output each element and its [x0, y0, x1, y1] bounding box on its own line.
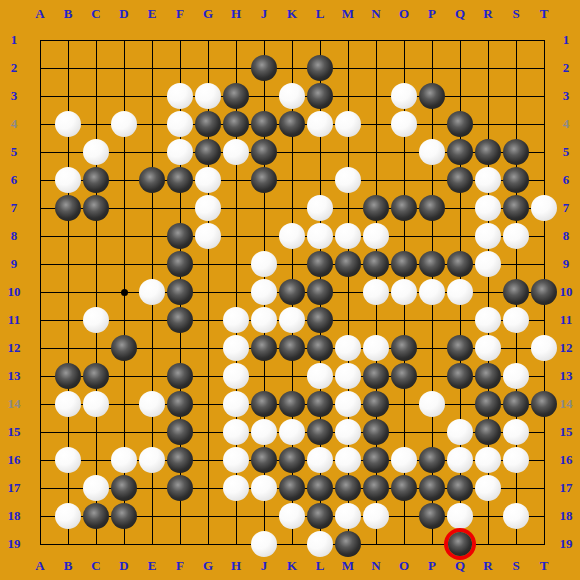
intersection-L11[interactable]: [306, 306, 334, 334]
intersection-N2[interactable]: [362, 54, 390, 82]
intersection-D11[interactable]: [110, 306, 138, 334]
intersection-N14[interactable]: [362, 390, 390, 418]
intersection-M16[interactable]: [334, 446, 362, 474]
intersection-J4[interactable]: [250, 110, 278, 138]
intersection-S4[interactable]: [502, 110, 530, 138]
intersection-B10[interactable]: [54, 278, 82, 306]
intersection-A5[interactable]: [26, 138, 54, 166]
intersection-K13[interactable]: [278, 362, 306, 390]
intersection-M12[interactable]: [334, 334, 362, 362]
intersection-T16[interactable]: [530, 446, 558, 474]
intersection-M10[interactable]: [334, 278, 362, 306]
intersection-T6[interactable]: [530, 166, 558, 194]
intersection-Q6[interactable]: [446, 166, 474, 194]
intersection-T11[interactable]: [530, 306, 558, 334]
intersection-H3[interactable]: [222, 82, 250, 110]
intersection-B12[interactable]: [54, 334, 82, 362]
intersection-F15[interactable]: [166, 418, 194, 446]
intersection-D10[interactable]: [110, 278, 138, 306]
intersection-C14[interactable]: [82, 390, 110, 418]
intersection-C17[interactable]: [82, 474, 110, 502]
intersection-Q14[interactable]: [446, 390, 474, 418]
intersection-O13[interactable]: [390, 362, 418, 390]
intersection-G17[interactable]: [194, 474, 222, 502]
intersection-S13[interactable]: [502, 362, 530, 390]
intersection-C10[interactable]: [82, 278, 110, 306]
intersection-S19[interactable]: [502, 530, 530, 558]
intersection-D15[interactable]: [110, 418, 138, 446]
intersection-H9[interactable]: [222, 250, 250, 278]
intersection-P5[interactable]: [418, 138, 446, 166]
intersection-M8[interactable]: [334, 222, 362, 250]
intersection-C5[interactable]: [82, 138, 110, 166]
intersection-G19[interactable]: [194, 530, 222, 558]
intersection-J7[interactable]: [250, 194, 278, 222]
intersection-C16[interactable]: [82, 446, 110, 474]
intersection-G11[interactable]: [194, 306, 222, 334]
intersection-E3[interactable]: [138, 82, 166, 110]
intersection-E12[interactable]: [138, 334, 166, 362]
intersection-L8[interactable]: [306, 222, 334, 250]
intersection-C15[interactable]: [82, 418, 110, 446]
intersection-L1[interactable]: [306, 26, 334, 54]
intersection-F19[interactable]: [166, 530, 194, 558]
intersection-C13[interactable]: [82, 362, 110, 390]
intersection-K14[interactable]: [278, 390, 306, 418]
intersection-M5[interactable]: [334, 138, 362, 166]
intersection-C6[interactable]: [82, 166, 110, 194]
intersection-B13[interactable]: [54, 362, 82, 390]
intersection-J2[interactable]: [250, 54, 278, 82]
intersection-D4[interactable]: [110, 110, 138, 138]
intersection-S17[interactable]: [502, 474, 530, 502]
intersection-E17[interactable]: [138, 474, 166, 502]
intersection-N16[interactable]: [362, 446, 390, 474]
intersection-M14[interactable]: [334, 390, 362, 418]
intersection-B14[interactable]: [54, 390, 82, 418]
intersection-K15[interactable]: [278, 418, 306, 446]
intersection-J15[interactable]: [250, 418, 278, 446]
intersection-O12[interactable]: [390, 334, 418, 362]
intersection-F7[interactable]: [166, 194, 194, 222]
intersection-T1[interactable]: [530, 26, 558, 54]
intersection-F3[interactable]: [166, 82, 194, 110]
intersection-A4[interactable]: [26, 110, 54, 138]
intersection-R18[interactable]: [474, 502, 502, 530]
intersection-R9[interactable]: [474, 250, 502, 278]
intersection-K18[interactable]: [278, 502, 306, 530]
intersection-F6[interactable]: [166, 166, 194, 194]
intersection-B7[interactable]: [54, 194, 82, 222]
intersection-K12[interactable]: [278, 334, 306, 362]
intersection-L5[interactable]: [306, 138, 334, 166]
intersection-S3[interactable]: [502, 82, 530, 110]
intersection-P6[interactable]: [418, 166, 446, 194]
intersection-A7[interactable]: [26, 194, 54, 222]
intersection-R17[interactable]: [474, 474, 502, 502]
intersection-Q15[interactable]: [446, 418, 474, 446]
intersection-T4[interactable]: [530, 110, 558, 138]
intersection-G7[interactable]: [194, 194, 222, 222]
intersection-J9[interactable]: [250, 250, 278, 278]
intersection-Q7[interactable]: [446, 194, 474, 222]
intersection-A16[interactable]: [26, 446, 54, 474]
intersection-Q10[interactable]: [446, 278, 474, 306]
intersection-A9[interactable]: [26, 250, 54, 278]
intersection-J3[interactable]: [250, 82, 278, 110]
intersection-E16[interactable]: [138, 446, 166, 474]
intersection-P4[interactable]: [418, 110, 446, 138]
intersection-F17[interactable]: [166, 474, 194, 502]
intersection-A10[interactable]: [26, 278, 54, 306]
intersection-O19[interactable]: [390, 530, 418, 558]
intersection-H7[interactable]: [222, 194, 250, 222]
intersection-E14[interactable]: [138, 390, 166, 418]
intersection-Q2[interactable]: [446, 54, 474, 82]
intersection-C4[interactable]: [82, 110, 110, 138]
intersection-L17[interactable]: [306, 474, 334, 502]
intersection-P17[interactable]: [418, 474, 446, 502]
intersection-L4[interactable]: [306, 110, 334, 138]
intersection-M3[interactable]: [334, 82, 362, 110]
intersection-C9[interactable]: [82, 250, 110, 278]
intersection-K4[interactable]: [278, 110, 306, 138]
intersection-T18[interactable]: [530, 502, 558, 530]
intersection-L12[interactable]: [306, 334, 334, 362]
intersection-S11[interactable]: [502, 306, 530, 334]
intersection-E15[interactable]: [138, 418, 166, 446]
intersection-H12[interactable]: [222, 334, 250, 362]
intersection-D2[interactable]: [110, 54, 138, 82]
intersection-B18[interactable]: [54, 502, 82, 530]
intersection-K17[interactable]: [278, 474, 306, 502]
intersection-C11[interactable]: [82, 306, 110, 334]
intersection-N18[interactable]: [362, 502, 390, 530]
intersection-H2[interactable]: [222, 54, 250, 82]
intersection-G18[interactable]: [194, 502, 222, 530]
intersection-R4[interactable]: [474, 110, 502, 138]
intersection-D19[interactable]: [110, 530, 138, 558]
intersection-N19[interactable]: [362, 530, 390, 558]
intersection-A12[interactable]: [26, 334, 54, 362]
intersection-G12[interactable]: [194, 334, 222, 362]
intersection-R8[interactable]: [474, 222, 502, 250]
intersection-F9[interactable]: [166, 250, 194, 278]
intersection-A6[interactable]: [26, 166, 54, 194]
intersection-A13[interactable]: [26, 362, 54, 390]
intersection-T7[interactable]: [530, 194, 558, 222]
intersection-G15[interactable]: [194, 418, 222, 446]
intersection-H19[interactable]: [222, 530, 250, 558]
intersection-L3[interactable]: [306, 82, 334, 110]
intersection-L10[interactable]: [306, 278, 334, 306]
intersection-G16[interactable]: [194, 446, 222, 474]
intersection-D1[interactable]: [110, 26, 138, 54]
intersection-L14[interactable]: [306, 390, 334, 418]
intersection-P13[interactable]: [418, 362, 446, 390]
intersection-L2[interactable]: [306, 54, 334, 82]
intersection-H4[interactable]: [222, 110, 250, 138]
intersection-N4[interactable]: [362, 110, 390, 138]
intersection-O16[interactable]: [390, 446, 418, 474]
intersection-G9[interactable]: [194, 250, 222, 278]
intersection-J17[interactable]: [250, 474, 278, 502]
intersection-G8[interactable]: [194, 222, 222, 250]
intersection-H15[interactable]: [222, 418, 250, 446]
intersection-S6[interactable]: [502, 166, 530, 194]
intersection-F11[interactable]: [166, 306, 194, 334]
intersection-T10[interactable]: [530, 278, 558, 306]
intersection-R13[interactable]: [474, 362, 502, 390]
intersection-R11[interactable]: [474, 306, 502, 334]
intersection-D6[interactable]: [110, 166, 138, 194]
intersection-H16[interactable]: [222, 446, 250, 474]
intersection-J8[interactable]: [250, 222, 278, 250]
intersection-O5[interactable]: [390, 138, 418, 166]
intersection-N12[interactable]: [362, 334, 390, 362]
intersection-B17[interactable]: [54, 474, 82, 502]
intersection-S18[interactable]: [502, 502, 530, 530]
intersection-C3[interactable]: [82, 82, 110, 110]
intersection-T2[interactable]: [530, 54, 558, 82]
intersection-A15[interactable]: [26, 418, 54, 446]
intersection-S12[interactable]: [502, 334, 530, 362]
intersection-E7[interactable]: [138, 194, 166, 222]
intersection-J18[interactable]: [250, 502, 278, 530]
intersection-F5[interactable]: [166, 138, 194, 166]
intersection-M17[interactable]: [334, 474, 362, 502]
intersection-L16[interactable]: [306, 446, 334, 474]
intersection-F14[interactable]: [166, 390, 194, 418]
intersection-H18[interactable]: [222, 502, 250, 530]
intersection-O4[interactable]: [390, 110, 418, 138]
intersection-P3[interactable]: [418, 82, 446, 110]
intersection-M2[interactable]: [334, 54, 362, 82]
intersection-C2[interactable]: [82, 54, 110, 82]
intersection-G10[interactable]: [194, 278, 222, 306]
intersection-Q19[interactable]: [446, 530, 474, 558]
intersection-N11[interactable]: [362, 306, 390, 334]
intersection-P16[interactable]: [418, 446, 446, 474]
intersection-Q16[interactable]: [446, 446, 474, 474]
intersection-T15[interactable]: [530, 418, 558, 446]
intersection-H14[interactable]: [222, 390, 250, 418]
intersection-E5[interactable]: [138, 138, 166, 166]
intersection-M18[interactable]: [334, 502, 362, 530]
intersection-D5[interactable]: [110, 138, 138, 166]
intersection-H17[interactable]: [222, 474, 250, 502]
intersection-A1[interactable]: [26, 26, 54, 54]
intersection-E9[interactable]: [138, 250, 166, 278]
intersection-N15[interactable]: [362, 418, 390, 446]
intersection-D7[interactable]: [110, 194, 138, 222]
intersection-J14[interactable]: [250, 390, 278, 418]
intersection-K10[interactable]: [278, 278, 306, 306]
intersection-A3[interactable]: [26, 82, 54, 110]
intersection-H1[interactable]: [222, 26, 250, 54]
intersection-B2[interactable]: [54, 54, 82, 82]
intersection-M11[interactable]: [334, 306, 362, 334]
intersection-D13[interactable]: [110, 362, 138, 390]
intersection-K9[interactable]: [278, 250, 306, 278]
intersection-D9[interactable]: [110, 250, 138, 278]
intersection-Q3[interactable]: [446, 82, 474, 110]
intersection-C1[interactable]: [82, 26, 110, 54]
intersection-B4[interactable]: [54, 110, 82, 138]
intersection-O11[interactable]: [390, 306, 418, 334]
intersection-S16[interactable]: [502, 446, 530, 474]
intersection-M4[interactable]: [334, 110, 362, 138]
intersection-L13[interactable]: [306, 362, 334, 390]
intersection-M15[interactable]: [334, 418, 362, 446]
intersection-B9[interactable]: [54, 250, 82, 278]
intersection-E6[interactable]: [138, 166, 166, 194]
intersection-S15[interactable]: [502, 418, 530, 446]
intersection-K6[interactable]: [278, 166, 306, 194]
intersection-A18[interactable]: [26, 502, 54, 530]
intersection-K2[interactable]: [278, 54, 306, 82]
intersection-P7[interactable]: [418, 194, 446, 222]
intersection-Q13[interactable]: [446, 362, 474, 390]
intersection-P15[interactable]: [418, 418, 446, 446]
intersection-K5[interactable]: [278, 138, 306, 166]
intersection-R15[interactable]: [474, 418, 502, 446]
intersection-C19[interactable]: [82, 530, 110, 558]
intersection-T19[interactable]: [530, 530, 558, 558]
intersection-N13[interactable]: [362, 362, 390, 390]
intersection-S7[interactable]: [502, 194, 530, 222]
intersection-N1[interactable]: [362, 26, 390, 54]
intersection-P11[interactable]: [418, 306, 446, 334]
intersection-O7[interactable]: [390, 194, 418, 222]
intersection-L15[interactable]: [306, 418, 334, 446]
intersection-R10[interactable]: [474, 278, 502, 306]
intersection-G14[interactable]: [194, 390, 222, 418]
intersection-P1[interactable]: [418, 26, 446, 54]
intersection-P19[interactable]: [418, 530, 446, 558]
intersection-T9[interactable]: [530, 250, 558, 278]
intersection-S9[interactable]: [502, 250, 530, 278]
intersection-R2[interactable]: [474, 54, 502, 82]
intersection-D14[interactable]: [110, 390, 138, 418]
intersection-J5[interactable]: [250, 138, 278, 166]
intersection-M13[interactable]: [334, 362, 362, 390]
intersection-Q18[interactable]: [446, 502, 474, 530]
intersection-F10[interactable]: [166, 278, 194, 306]
intersection-H8[interactable]: [222, 222, 250, 250]
intersection-B15[interactable]: [54, 418, 82, 446]
intersection-H5[interactable]: [222, 138, 250, 166]
intersection-R19[interactable]: [474, 530, 502, 558]
intersection-D12[interactable]: [110, 334, 138, 362]
intersection-O3[interactable]: [390, 82, 418, 110]
intersection-G5[interactable]: [194, 138, 222, 166]
intersection-A17[interactable]: [26, 474, 54, 502]
intersection-Q11[interactable]: [446, 306, 474, 334]
intersection-N6[interactable]: [362, 166, 390, 194]
intersection-D8[interactable]: [110, 222, 138, 250]
intersection-E2[interactable]: [138, 54, 166, 82]
intersection-N3[interactable]: [362, 82, 390, 110]
intersection-J10[interactable]: [250, 278, 278, 306]
intersection-L6[interactable]: [306, 166, 334, 194]
intersection-J6[interactable]: [250, 166, 278, 194]
intersection-D3[interactable]: [110, 82, 138, 110]
intersection-L19[interactable]: [306, 530, 334, 558]
intersection-L18[interactable]: [306, 502, 334, 530]
intersection-Q4[interactable]: [446, 110, 474, 138]
intersection-R3[interactable]: [474, 82, 502, 110]
intersection-C12[interactable]: [82, 334, 110, 362]
intersection-K1[interactable]: [278, 26, 306, 54]
intersection-O10[interactable]: [390, 278, 418, 306]
intersection-O17[interactable]: [390, 474, 418, 502]
intersection-H6[interactable]: [222, 166, 250, 194]
intersection-M1[interactable]: [334, 26, 362, 54]
intersection-E19[interactable]: [138, 530, 166, 558]
intersection-G13[interactable]: [194, 362, 222, 390]
intersection-R1[interactable]: [474, 26, 502, 54]
intersection-B5[interactable]: [54, 138, 82, 166]
intersection-S5[interactable]: [502, 138, 530, 166]
intersection-J11[interactable]: [250, 306, 278, 334]
intersection-N8[interactable]: [362, 222, 390, 250]
intersection-T13[interactable]: [530, 362, 558, 390]
intersection-J16[interactable]: [250, 446, 278, 474]
intersection-M9[interactable]: [334, 250, 362, 278]
intersection-G4[interactable]: [194, 110, 222, 138]
intersection-R7[interactable]: [474, 194, 502, 222]
intersection-O6[interactable]: [390, 166, 418, 194]
intersection-N5[interactable]: [362, 138, 390, 166]
intersection-N17[interactable]: [362, 474, 390, 502]
intersection-F16[interactable]: [166, 446, 194, 474]
intersection-O15[interactable]: [390, 418, 418, 446]
intersection-E18[interactable]: [138, 502, 166, 530]
intersection-T3[interactable]: [530, 82, 558, 110]
intersection-T5[interactable]: [530, 138, 558, 166]
intersection-O9[interactable]: [390, 250, 418, 278]
intersection-E13[interactable]: [138, 362, 166, 390]
intersection-N7[interactable]: [362, 194, 390, 222]
intersection-O2[interactable]: [390, 54, 418, 82]
intersection-P14[interactable]: [418, 390, 446, 418]
intersection-B16[interactable]: [54, 446, 82, 474]
intersection-A19[interactable]: [26, 530, 54, 558]
intersection-A11[interactable]: [26, 306, 54, 334]
intersection-B3[interactable]: [54, 82, 82, 110]
intersection-M6[interactable]: [334, 166, 362, 194]
intersection-A8[interactable]: [26, 222, 54, 250]
intersection-L7[interactable]: [306, 194, 334, 222]
intersection-E8[interactable]: [138, 222, 166, 250]
intersection-T17[interactable]: [530, 474, 558, 502]
intersection-F12[interactable]: [166, 334, 194, 362]
intersection-P10[interactable]: [418, 278, 446, 306]
intersection-M7[interactable]: [334, 194, 362, 222]
intersection-E10[interactable]: [138, 278, 166, 306]
intersection-C7[interactable]: [82, 194, 110, 222]
intersection-B11[interactable]: [54, 306, 82, 334]
intersection-B8[interactable]: [54, 222, 82, 250]
intersection-P18[interactable]: [418, 502, 446, 530]
intersection-P12[interactable]: [418, 334, 446, 362]
intersection-O14[interactable]: [390, 390, 418, 418]
intersection-K3[interactable]: [278, 82, 306, 110]
intersection-T12[interactable]: [530, 334, 558, 362]
intersection-D18[interactable]: [110, 502, 138, 530]
intersection-S1[interactable]: [502, 26, 530, 54]
